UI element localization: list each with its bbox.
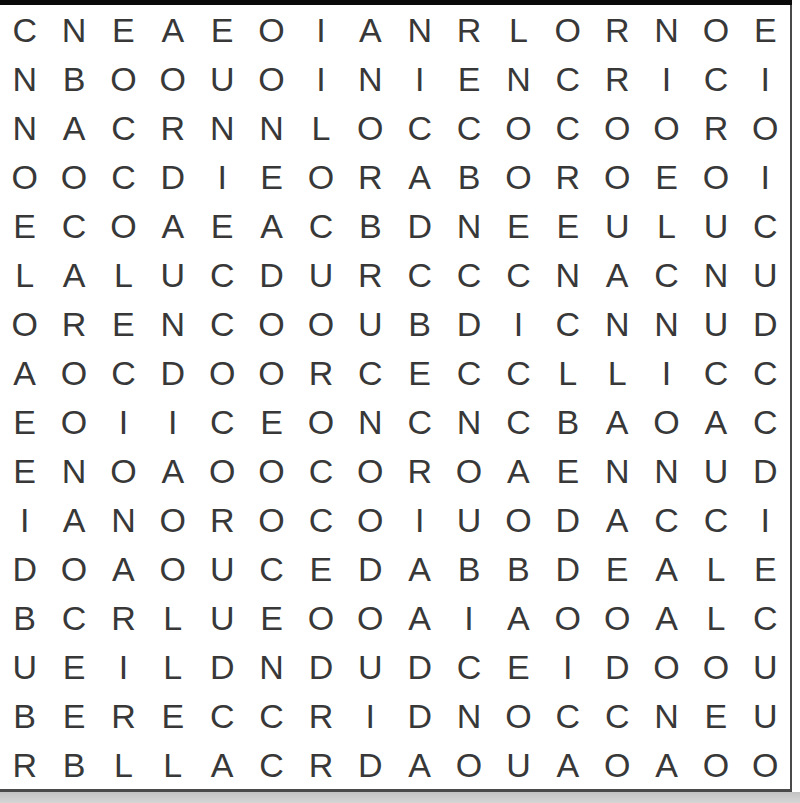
cell-r6c4[interactable]: U — [148, 250, 197, 299]
cell-r2c14[interactable]: I — [642, 54, 691, 103]
cell-r4c8[interactable]: R — [346, 152, 395, 201]
cell-r3c3[interactable]: C — [99, 103, 148, 152]
cell-r3c11[interactable]: O — [494, 103, 543, 152]
cell-r10c3[interactable]: O — [99, 446, 148, 495]
cell-r11c16[interactable]: I — [741, 495, 790, 544]
cell-r6c14[interactable]: C — [642, 250, 691, 299]
cell-r12c13[interactable]: E — [593, 544, 642, 593]
cell-r8c4[interactable]: D — [148, 348, 197, 397]
cell-r10c15[interactable]: U — [691, 446, 740, 495]
cell-r14c5[interactable]: D — [198, 642, 247, 691]
cell-r3c4[interactable]: R — [148, 103, 197, 152]
cell-r13c5[interactable]: U — [198, 593, 247, 642]
cell-r15c11[interactable]: O — [494, 691, 543, 740]
cell-r6c7[interactable]: U — [296, 250, 345, 299]
cell-r13c8[interactable]: O — [346, 593, 395, 642]
cell-r6c13[interactable]: A — [593, 250, 642, 299]
cell-r9c2[interactable]: O — [49, 397, 98, 446]
cell-r7c2[interactable]: R — [49, 299, 98, 348]
cell-r15c8[interactable]: I — [346, 691, 395, 740]
cell-r4c13[interactable]: O — [593, 152, 642, 201]
cell-r9c4[interactable]: I — [148, 397, 197, 446]
cell-r11c11[interactable]: O — [494, 495, 543, 544]
cell-r5c14[interactable]: L — [642, 201, 691, 250]
cell-r15c14[interactable]: N — [642, 691, 691, 740]
word-search-screen: CNEAEOIANRLORNOENBOOUOINIENCRICINACRNNLO… — [0, 0, 800, 803]
cell-r12c12[interactable]: D — [543, 544, 592, 593]
cell-r6c16[interactable]: U — [741, 250, 790, 299]
cell-r11c7[interactable]: C — [296, 495, 345, 544]
cell-r11c15[interactable]: C — [691, 495, 740, 544]
cell-r11c9[interactable]: I — [395, 495, 444, 544]
cell-r9c14[interactable]: O — [642, 397, 691, 446]
cell-r10c4[interactable]: A — [148, 446, 197, 495]
cell-r1c7[interactable]: I — [296, 5, 345, 54]
cell-r11c4[interactable]: O — [148, 495, 197, 544]
letter-grid: CNEAEOIANRLORNOENBOOUOINIENCRICINACRNNLO… — [0, 5, 790, 789]
cell-r10c9[interactable]: R — [395, 446, 444, 495]
cell-r15c12[interactable]: C — [543, 691, 592, 740]
cell-r1c16[interactable]: E — [741, 5, 790, 54]
cell-r2c4[interactable]: O — [148, 54, 197, 103]
cell-r8c3[interactable]: C — [99, 348, 148, 397]
cell-r1c10[interactable]: R — [444, 5, 493, 54]
cell-r10c2[interactable]: N — [49, 446, 98, 495]
cell-r1c1[interactable]: C — [0, 5, 49, 54]
cell-r4c14[interactable]: E — [642, 152, 691, 201]
cell-r12c9[interactable]: A — [395, 544, 444, 593]
cell-r7c3[interactable]: E — [99, 299, 148, 348]
cell-r4c9[interactable]: A — [395, 152, 444, 201]
cell-r9c7[interactable]: O — [296, 397, 345, 446]
cell-r7c5[interactable]: C — [198, 299, 247, 348]
cell-r9c15[interactable]: A — [691, 397, 740, 446]
cell-r12c7[interactable]: E — [296, 544, 345, 593]
cell-r4c7[interactable]: O — [296, 152, 345, 201]
puzzle-bottom-shadow — [0, 792, 800, 803]
cell-r8c8[interactable]: C — [346, 348, 395, 397]
cell-r1c5[interactable]: E — [198, 5, 247, 54]
cell-r6c11[interactable]: C — [494, 250, 543, 299]
cell-r5c3[interactable]: O — [99, 201, 148, 250]
cell-r16c12[interactable]: A — [543, 740, 592, 789]
cell-r11c13[interactable]: A — [593, 495, 642, 544]
cell-r9c3[interactable]: I — [99, 397, 148, 446]
cell-r6c6[interactable]: D — [247, 250, 296, 299]
cell-r3c12[interactable]: C — [543, 103, 592, 152]
cell-r16c6[interactable]: C — [247, 740, 296, 789]
cell-r9c1[interactable]: E — [0, 397, 49, 446]
cell-r5c15[interactable]: U — [691, 201, 740, 250]
cell-r2c11[interactable]: N — [494, 54, 543, 103]
cell-r2c9[interactable]: I — [395, 54, 444, 103]
cell-r12c3[interactable]: A — [99, 544, 148, 593]
cell-r10c5[interactable]: O — [198, 446, 247, 495]
cell-r13c9[interactable]: A — [395, 593, 444, 642]
cell-r13c13[interactable]: O — [593, 593, 642, 642]
cell-r8c15[interactable]: C — [691, 348, 740, 397]
cell-r11c12[interactable]: D — [543, 495, 592, 544]
cell-r11c10[interactable]: U — [444, 495, 493, 544]
cell-r5c12[interactable]: E — [543, 201, 592, 250]
cell-r12c10[interactable]: B — [444, 544, 493, 593]
cell-r5c4[interactable]: A — [148, 201, 197, 250]
cell-r16c15[interactable]: O — [691, 740, 740, 789]
cell-r3c14[interactable]: O — [642, 103, 691, 152]
cell-r9c5[interactable]: C — [198, 397, 247, 446]
cell-r14c7[interactable]: D — [296, 642, 345, 691]
cell-r10c12[interactable]: E — [543, 446, 592, 495]
cell-r8c2[interactable]: O — [49, 348, 98, 397]
cell-r14c16[interactable]: U — [741, 642, 790, 691]
cell-r1c8[interactable]: A — [346, 5, 395, 54]
cell-r7c8[interactable]: U — [346, 299, 395, 348]
cell-r14c11[interactable]: E — [494, 642, 543, 691]
cell-r12c2[interactable]: O — [49, 544, 98, 593]
cell-r4c2[interactable]: O — [49, 152, 98, 201]
cell-r3c2[interactable]: A — [49, 103, 98, 152]
cell-r2c6[interactable]: O — [247, 54, 296, 103]
cell-r15c4[interactable]: E — [148, 691, 197, 740]
cell-r12c1[interactable]: D — [0, 544, 49, 593]
cell-r13c6[interactable]: E — [247, 593, 296, 642]
cell-r11c3[interactable]: N — [99, 495, 148, 544]
cell-r15c16[interactable]: U — [741, 691, 790, 740]
cell-r12c16[interactable]: E — [741, 544, 790, 593]
cell-r3c15[interactable]: R — [691, 103, 740, 152]
cell-r14c2[interactable]: E — [49, 642, 98, 691]
cell-r2c12[interactable]: C — [543, 54, 592, 103]
cell-r12c11[interactable]: B — [494, 544, 543, 593]
cell-r2c5[interactable]: U — [198, 54, 247, 103]
cell-r13c7[interactable]: O — [296, 593, 345, 642]
cell-r15c9[interactable]: D — [395, 691, 444, 740]
cell-r16c5[interactable]: A — [198, 740, 247, 789]
cell-r2c8[interactable]: N — [346, 54, 395, 103]
cell-r1c14[interactable]: N — [642, 5, 691, 54]
cell-r1c3[interactable]: E — [99, 5, 148, 54]
cell-r13c10[interactable]: I — [444, 593, 493, 642]
cell-r10c14[interactable]: N — [642, 446, 691, 495]
cell-r3c8[interactable]: O — [346, 103, 395, 152]
cell-r7c9[interactable]: B — [395, 299, 444, 348]
cell-r7c13[interactable]: N — [593, 299, 642, 348]
cell-r10c10[interactable]: O — [444, 446, 493, 495]
cell-r16c1[interactable]: R — [0, 740, 49, 789]
cell-r11c14[interactable]: C — [642, 495, 691, 544]
cell-r7c4[interactable]: N — [148, 299, 197, 348]
cell-r1c11[interactable]: L — [494, 5, 543, 54]
cell-r4c16[interactable]: I — [741, 152, 790, 201]
cell-r5c8[interactable]: B — [346, 201, 395, 250]
cell-r9c10[interactable]: N — [444, 397, 493, 446]
cell-r4c5[interactable]: I — [198, 152, 247, 201]
cell-r3c1[interactable]: N — [0, 103, 49, 152]
cell-r3c13[interactable]: O — [593, 103, 642, 152]
cell-r16c7[interactable]: R — [296, 740, 345, 789]
cell-r15c13[interactable]: C — [593, 691, 642, 740]
cell-r9c9[interactable]: C — [395, 397, 444, 446]
cell-r10c13[interactable]: N — [593, 446, 642, 495]
puzzle-board: CNEAEOIANRLORNOENBOOUOINIENCRICINACRNNLO… — [0, 5, 792, 792]
cell-r11c1[interactable]: I — [0, 495, 49, 544]
cell-r2c16[interactable]: I — [741, 54, 790, 103]
cell-r16c2[interactable]: B — [49, 740, 98, 789]
cell-r8c14[interactable]: I — [642, 348, 691, 397]
cell-r13c1[interactable]: B — [0, 593, 49, 642]
cell-r8c7[interactable]: R — [296, 348, 345, 397]
cell-r10c6[interactable]: O — [247, 446, 296, 495]
cell-r14c14[interactable]: O — [642, 642, 691, 691]
cell-r15c6[interactable]: C — [247, 691, 296, 740]
cell-r13c3[interactable]: R — [99, 593, 148, 642]
cell-r14c1[interactable]: U — [0, 642, 49, 691]
cell-r4c6[interactable]: E — [247, 152, 296, 201]
cell-r1c13[interactable]: R — [593, 5, 642, 54]
cell-r15c1[interactable]: B — [0, 691, 49, 740]
cell-r11c2[interactable]: A — [49, 495, 98, 544]
cell-r11c5[interactable]: R — [198, 495, 247, 544]
cell-r6c1[interactable]: L — [0, 250, 49, 299]
cell-r15c10[interactable]: N — [444, 691, 493, 740]
cell-r7c11[interactable]: I — [494, 299, 543, 348]
cell-r3c7[interactable]: L — [296, 103, 345, 152]
cell-r5c5[interactable]: E — [198, 201, 247, 250]
cell-r7c14[interactable]: N — [642, 299, 691, 348]
cell-r16c8[interactable]: D — [346, 740, 395, 789]
cell-r9c12[interactable]: B — [543, 397, 592, 446]
cell-r16c9[interactable]: A — [395, 740, 444, 789]
cell-r7c7[interactable]: O — [296, 299, 345, 348]
cell-r10c11[interactable]: A — [494, 446, 543, 495]
cell-r2c2[interactable]: B — [49, 54, 98, 103]
cell-r14c8[interactable]: U — [346, 642, 395, 691]
cell-r16c16[interactable]: O — [741, 740, 790, 789]
cell-r14c12[interactable]: I — [543, 642, 592, 691]
cell-r14c15[interactable]: O — [691, 642, 740, 691]
cell-r1c4[interactable]: A — [148, 5, 197, 54]
cell-r7c10[interactable]: D — [444, 299, 493, 348]
cell-r1c15[interactable]: O — [691, 5, 740, 54]
cell-r15c15[interactable]: E — [691, 691, 740, 740]
cell-r16c11[interactable]: U — [494, 740, 543, 789]
cell-r13c11[interactable]: A — [494, 593, 543, 642]
cell-r6c9[interactable]: C — [395, 250, 444, 299]
cell-r2c3[interactable]: O — [99, 54, 148, 103]
cell-r5c1[interactable]: E — [0, 201, 49, 250]
cell-r6c5[interactable]: C — [198, 250, 247, 299]
cell-r7c15[interactable]: U — [691, 299, 740, 348]
cell-r7c1[interactable]: O — [0, 299, 49, 348]
cell-r8c11[interactable]: C — [494, 348, 543, 397]
cell-r1c12[interactable]: O — [543, 5, 592, 54]
cell-r5c2[interactable]: C — [49, 201, 98, 250]
cell-r13c16[interactable]: C — [741, 593, 790, 642]
cell-r14c9[interactable]: D — [395, 642, 444, 691]
cell-r16c10[interactable]: O — [444, 740, 493, 789]
cell-r3c5[interactable]: N — [198, 103, 247, 152]
cell-r5c16[interactable]: C — [741, 201, 790, 250]
cell-r9c11[interactable]: C — [494, 397, 543, 446]
cell-r7c6[interactable]: O — [247, 299, 296, 348]
cell-r3c10[interactable]: C — [444, 103, 493, 152]
cell-r13c4[interactable]: L — [148, 593, 197, 642]
cell-r2c7[interactable]: I — [296, 54, 345, 103]
cell-r15c3[interactable]: R — [99, 691, 148, 740]
cell-r16c14[interactable]: A — [642, 740, 691, 789]
cell-r10c16[interactable]: D — [741, 446, 790, 495]
cell-r14c10[interactable]: C — [444, 642, 493, 691]
cell-r8c5[interactable]: O — [198, 348, 247, 397]
cell-r6c10[interactable]: C — [444, 250, 493, 299]
cell-r9c6[interactable]: E — [247, 397, 296, 446]
cell-r8c9[interactable]: E — [395, 348, 444, 397]
cell-r6c12[interactable]: N — [543, 250, 592, 299]
cell-r9c16[interactable]: C — [741, 397, 790, 446]
cell-r6c2[interactable]: A — [49, 250, 98, 299]
right-margin — [792, 0, 800, 792]
cell-r15c2[interactable]: E — [49, 691, 98, 740]
cell-r8c16[interactable]: C — [741, 348, 790, 397]
cell-r7c12[interactable]: C — [543, 299, 592, 348]
cell-r13c2[interactable]: C — [49, 593, 98, 642]
cell-r15c7[interactable]: R — [296, 691, 345, 740]
cell-r4c4[interactable]: D — [148, 152, 197, 201]
cell-r4c1[interactable]: O — [0, 152, 49, 201]
cell-r13c15[interactable]: L — [691, 593, 740, 642]
cell-r11c8[interactable]: O — [346, 495, 395, 544]
cell-r9c13[interactable]: A — [593, 397, 642, 446]
cell-r4c10[interactable]: B — [444, 152, 493, 201]
cell-r14c3[interactable]: I — [99, 642, 148, 691]
cell-r6c8[interactable]: R — [346, 250, 395, 299]
cell-r14c4[interactable]: L — [148, 642, 197, 691]
cell-r10c1[interactable]: E — [0, 446, 49, 495]
cell-r11c6[interactable]: O — [247, 495, 296, 544]
cell-r2c13[interactable]: R — [593, 54, 642, 103]
cell-r4c15[interactable]: O — [691, 152, 740, 201]
cell-r5c6[interactable]: A — [247, 201, 296, 250]
cell-r12c15[interactable]: L — [691, 544, 740, 593]
cell-r5c13[interactable]: U — [593, 201, 642, 250]
cell-r12c8[interactable]: D — [346, 544, 395, 593]
cell-r15c5[interactable]: C — [198, 691, 247, 740]
cell-r1c6[interactable]: O — [247, 5, 296, 54]
cell-r8c10[interactable]: C — [444, 348, 493, 397]
cell-r6c3[interactable]: L — [99, 250, 148, 299]
cell-r5c11[interactable]: E — [494, 201, 543, 250]
cell-r3c6[interactable]: N — [247, 103, 296, 152]
cell-r8c6[interactable]: O — [247, 348, 296, 397]
cell-r4c12[interactable]: R — [543, 152, 592, 201]
cell-r8c1[interactable]: A — [0, 348, 49, 397]
cell-r12c5[interactable]: U — [198, 544, 247, 593]
cell-r4c11[interactable]: O — [494, 152, 543, 201]
cell-r6c15[interactable]: N — [691, 250, 740, 299]
cell-r13c12[interactable]: O — [543, 593, 592, 642]
cell-r14c6[interactable]: N — [247, 642, 296, 691]
cell-r12c4[interactable]: O — [148, 544, 197, 593]
cell-r7c16[interactable]: D — [741, 299, 790, 348]
cell-r16c3[interactable]: L — [99, 740, 148, 789]
cell-r14c13[interactable]: D — [593, 642, 642, 691]
cell-r1c2[interactable]: N — [49, 5, 98, 54]
cell-r3c16[interactable]: O — [741, 103, 790, 152]
cell-r16c13[interactable]: O — [593, 740, 642, 789]
cell-r16c4[interactable]: L — [148, 740, 197, 789]
cell-r2c15[interactable]: C — [691, 54, 740, 103]
cell-r12c14[interactable]: A — [642, 544, 691, 593]
cell-r2c1[interactable]: N — [0, 54, 49, 103]
cell-r5c10[interactable]: N — [444, 201, 493, 250]
cell-r4c3[interactable]: C — [99, 152, 148, 201]
cell-r8c13[interactable]: L — [593, 348, 642, 397]
cell-r5c7[interactable]: C — [296, 201, 345, 250]
cell-r8c12[interactable]: L — [543, 348, 592, 397]
cell-r12c6[interactable]: C — [247, 544, 296, 593]
cell-r10c8[interactable]: O — [346, 446, 395, 495]
cell-r5c9[interactable]: D — [395, 201, 444, 250]
cell-r3c9[interactable]: C — [395, 103, 444, 152]
cell-r2c10[interactable]: E — [444, 54, 493, 103]
cell-r9c8[interactable]: N — [346, 397, 395, 446]
cell-r1c9[interactable]: N — [395, 5, 444, 54]
cell-r10c7[interactable]: C — [296, 446, 345, 495]
cell-r13c14[interactable]: A — [642, 593, 691, 642]
